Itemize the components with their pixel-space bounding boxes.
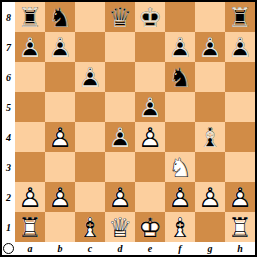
square-c6[interactable]: ♟♙ [75,62,105,92]
square-f8[interactable] [165,2,195,32]
square-g6[interactable] [195,62,225,92]
square-c3[interactable] [75,152,105,182]
square-e6[interactable] [135,62,165,92]
piece-white-king: ♚♔ [135,212,165,242]
square-a6[interactable] [15,62,45,92]
piece-black-pawn: ♟♙ [15,32,45,62]
square-b6[interactable] [45,62,75,92]
square-b1[interactable] [45,212,75,242]
rank-label-8: 8 [2,2,15,32]
piece-black-pawn: ♟♙ [135,92,165,122]
rank-label-7: 7 [2,32,15,62]
white-to-move-indicator [3,243,14,254]
square-h7[interactable]: ♟♙ [225,32,255,62]
square-c5[interactable] [75,92,105,122]
rank-label-3: 3 [2,152,15,182]
square-g3[interactable] [195,152,225,182]
square-d1[interactable]: ♛♕ [105,212,135,242]
square-c1[interactable]: ♝♗ [75,212,105,242]
square-g1[interactable] [195,212,225,242]
piece-white-pawn: ♟♙ [15,182,45,212]
rank-label-4: 4 [2,122,15,152]
square-g7[interactable]: ♟♙ [195,32,225,62]
file-label-g: g [195,242,225,255]
square-d6[interactable] [105,62,135,92]
square-b8[interactable]: ♞♘ [45,2,75,32]
piece-white-pawn: ♟♙ [45,122,75,152]
square-f1[interactable]: ♝♗ [165,212,195,242]
chess-board: ♜♖♞♘♛♕♚♔♜♖♟♙♟♙♟♙♟♙♟♙♟♙♞♘♟♙♟♙♟♙♟♙♝♗♞♘♟♙♟♙… [15,2,255,242]
square-e2[interactable] [135,182,165,212]
square-b2[interactable]: ♟♙ [45,182,75,212]
square-d3[interactable] [105,152,135,182]
file-label-b: b [45,242,75,255]
square-g5[interactable] [195,92,225,122]
piece-black-knight: ♞♘ [45,2,75,32]
square-g2[interactable]: ♟♙ [195,182,225,212]
square-f5[interactable] [165,92,195,122]
rank-label-1: 1 [2,212,15,242]
square-h6[interactable] [225,62,255,92]
piece-black-king: ♚♔ [135,2,165,32]
square-g8[interactable] [195,2,225,32]
square-d7[interactable] [105,32,135,62]
rank-label-2: 2 [2,182,15,212]
file-label-d: d [105,242,135,255]
square-e4[interactable]: ♟♙ [135,122,165,152]
piece-white-rook: ♜♖ [225,212,255,242]
piece-black-pawn: ♟♙ [195,32,225,62]
piece-black-knight: ♞♘ [165,62,195,92]
square-d2[interactable]: ♟♙ [105,182,135,212]
square-e5[interactable]: ♟♙ [135,92,165,122]
square-e1[interactable]: ♚♔ [135,212,165,242]
square-f6[interactable]: ♞♘ [165,62,195,92]
square-b4[interactable]: ♟♙ [45,122,75,152]
square-f4[interactable] [165,122,195,152]
file-label-f: f [165,242,195,255]
rank-label-6: 6 [2,62,15,92]
square-b7[interactable]: ♟♙ [45,32,75,62]
piece-black-rook: ♜♖ [15,2,45,32]
square-h2[interactable]: ♟♙ [225,182,255,212]
square-b3[interactable] [45,152,75,182]
piece-black-rook: ♜♖ [225,2,255,32]
square-g4[interactable]: ♝♗ [195,122,225,152]
square-a2[interactable]: ♟♙ [15,182,45,212]
rank-labels: 87654321 [2,2,15,242]
piece-black-queen: ♛♕ [105,2,135,32]
square-e8[interactable]: ♚♔ [135,2,165,32]
piece-white-pawn: ♟♙ [45,182,75,212]
piece-black-pawn: ♟♙ [45,32,75,62]
square-c2[interactable] [75,182,105,212]
square-c4[interactable] [75,122,105,152]
square-f7[interactable]: ♟♙ [165,32,195,62]
square-d5[interactable] [105,92,135,122]
chess-diagram: 87654321 ♜♖♞♘♛♕♚♔♜♖♟♙♟♙♟♙♟♙♟♙♟♙♞♘♟♙♟♙♟♙♟… [0,0,257,257]
square-d8[interactable]: ♛♕ [105,2,135,32]
square-h8[interactable]: ♜♖ [225,2,255,32]
piece-white-queen: ♛♕ [105,212,135,242]
piece-black-pawn: ♟♙ [225,32,255,62]
piece-white-rook: ♜♖ [15,212,45,242]
square-f2[interactable]: ♟♙ [165,182,195,212]
file-label-a: a [15,242,45,255]
square-a7[interactable]: ♟♙ [15,32,45,62]
square-b5[interactable] [45,92,75,122]
piece-white-pawn: ♟♙ [135,122,165,152]
square-a8[interactable]: ♜♖ [15,2,45,32]
piece-white-pawn: ♟♙ [195,182,225,212]
square-h4[interactable] [225,122,255,152]
piece-white-pawn: ♟♙ [105,182,135,212]
square-a4[interactable] [15,122,45,152]
rank-label-5: 5 [2,92,15,122]
square-h3[interactable] [225,152,255,182]
file-label-e: e [135,242,165,255]
square-h5[interactable] [225,92,255,122]
piece-black-bishop: ♝♗ [195,122,225,152]
piece-white-bishop: ♝♗ [75,212,105,242]
file-label-h: h [225,242,255,255]
square-e3[interactable] [135,152,165,182]
square-c7[interactable] [75,32,105,62]
file-labels: abcdefgh [15,242,255,255]
square-h1[interactable]: ♜♖ [225,212,255,242]
square-a1[interactable]: ♜♖ [15,212,45,242]
piece-white-knight: ♞♘ [165,152,195,182]
piece-white-pawn: ♟♙ [165,182,195,212]
piece-black-pawn: ♟♙ [75,62,105,92]
piece-black-pawn: ♟♙ [165,32,195,62]
square-f3[interactable]: ♞♘ [165,152,195,182]
square-c8[interactable] [75,2,105,32]
piece-white-bishop: ♝♗ [165,212,195,242]
piece-white-pawn: ♟♙ [225,182,255,212]
square-d4[interactable]: ♟♙ [105,122,135,152]
square-a5[interactable] [15,92,45,122]
square-e7[interactable] [135,32,165,62]
square-a3[interactable] [15,152,45,182]
file-label-c: c [75,242,105,255]
piece-black-pawn: ♟♙ [105,122,135,152]
